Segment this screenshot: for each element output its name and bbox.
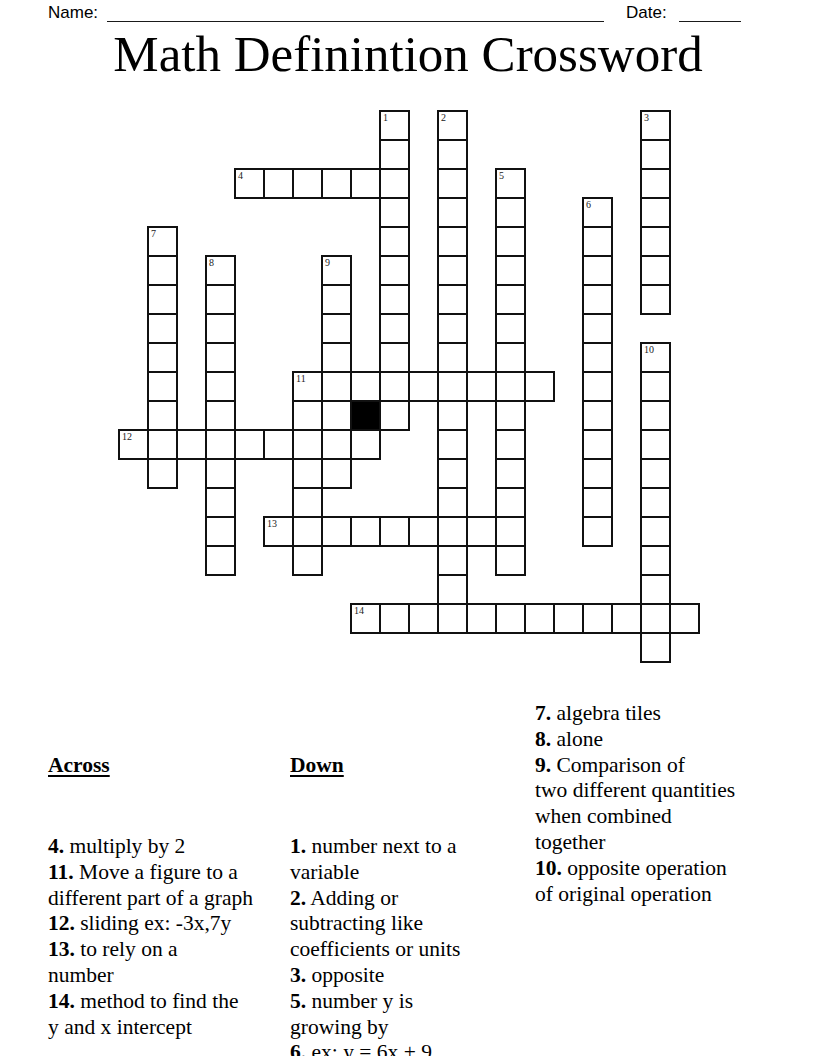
cell-r6c18[interactable]: [640, 284, 671, 315]
cell-r12c6[interactable]: [292, 458, 323, 489]
cell-r2c11[interactable]: [437, 168, 468, 199]
cell-r5c1[interactable]: [147, 255, 178, 286]
across-header: Across: [48, 753, 298, 779]
cell-r0c9[interactable]: 1: [379, 110, 410, 141]
cell-r1c11[interactable]: [437, 139, 468, 170]
cell-r4c11[interactable]: [437, 226, 468, 257]
cell-r8c9[interactable]: [379, 342, 410, 373]
cell-r15c13[interactable]: [495, 545, 526, 576]
cell-r7c9[interactable]: [379, 313, 410, 344]
cell-r9c18[interactable]: [640, 371, 671, 402]
cell-r11c1[interactable]: [147, 429, 178, 460]
cell-r2c5[interactable]: [263, 168, 294, 199]
cell-r5c9[interactable]: [379, 255, 410, 286]
cell-number-6: 6: [586, 199, 591, 210]
down-clue-number-1: 1.: [290, 834, 306, 858]
down-clue-10: 10. opposite operation of original opera…: [535, 856, 795, 908]
cell-r6c9[interactable]: [379, 284, 410, 315]
cell-r13c11[interactable]: [437, 487, 468, 518]
cell-r6c13[interactable]: [495, 284, 526, 315]
cell-number-4: 4: [238, 170, 243, 181]
cell-r8c18[interactable]: 10: [640, 342, 671, 373]
cell-r0c18[interactable]: 3: [640, 110, 671, 141]
cell-r3c9[interactable]: [379, 197, 410, 228]
cell-number-5: 5: [499, 170, 504, 181]
cell-r11c5[interactable]: [263, 429, 294, 460]
cell-r17c19[interactable]: [669, 603, 700, 634]
cell-r14c3[interactable]: [205, 516, 236, 547]
cell-r17c18[interactable]: [640, 603, 671, 634]
cell-r9c1[interactable]: [147, 371, 178, 402]
cell-r0c11[interactable]: 2: [437, 110, 468, 141]
cell-r7c16[interactable]: [582, 313, 613, 344]
cell-r18c18[interactable]: [640, 632, 671, 663]
across-clues-column: Across 4. multiply by 211. Move a figure…: [48, 701, 298, 1040]
cell-r14c5[interactable]: 13: [263, 516, 294, 547]
cell-number-1: 1: [383, 112, 388, 123]
across-clue-4: 4. multiply by 2: [48, 834, 298, 860]
across-clue-14: 14. method to find the y and x intercept: [48, 989, 298, 1041]
cell-r14c11[interactable]: [437, 516, 468, 547]
cell-r5c11[interactable]: [437, 255, 468, 286]
cell-number-11: 11: [296, 373, 306, 384]
cell-r9c10[interactable]: [408, 371, 439, 402]
cell-number-7: 7: [151, 228, 156, 239]
cell-number-9: 9: [325, 257, 330, 268]
cell-r14c6[interactable]: [292, 516, 323, 547]
down-clue-number-2: 2.: [290, 886, 306, 910]
cell-r14c16[interactable]: [582, 516, 613, 547]
cell-r12c3[interactable]: [205, 458, 236, 489]
crossword-grid: 1234567891011121314: [0, 0, 816, 700]
cell-r15c6[interactable]: [292, 545, 323, 576]
across-clue-number-12: 12.: [48, 911, 75, 935]
down-clue-1: 1. number next to a variable: [290, 834, 535, 886]
down-clue-2: 2. Adding or subtracting like coefficien…: [290, 886, 535, 963]
cell-r17c15[interactable]: [553, 603, 584, 634]
cell-r7c1[interactable]: [147, 313, 178, 344]
cell-r9c14[interactable]: [524, 371, 555, 402]
cell-r7c13[interactable]: [495, 313, 526, 344]
cell-r11c8[interactable]: [350, 429, 381, 460]
cell-r6c11[interactable]: [437, 284, 468, 315]
down-clue-3: 3. opposite: [290, 963, 535, 989]
black-cell-r10c8: [350, 400, 381, 431]
cell-r17c14[interactable]: [524, 603, 555, 634]
cell-r15c18[interactable]: [640, 545, 671, 576]
cell-r17c11[interactable]: [437, 603, 468, 634]
cell-r7c3[interactable]: [205, 313, 236, 344]
cell-r6c1[interactable]: [147, 284, 178, 315]
cell-r11c13[interactable]: [495, 429, 526, 460]
cell-r8c7[interactable]: [321, 342, 352, 373]
cell-number-8: 8: [209, 257, 214, 268]
cell-r2c8[interactable]: [350, 168, 381, 199]
cell-r10c18[interactable]: [640, 400, 671, 431]
cell-r8c16[interactable]: [582, 342, 613, 373]
cell-number-3: 3: [644, 112, 649, 123]
down-clue-number-8: 8.: [535, 727, 551, 751]
down-clues-column: Down 1. number next to a variable2. Addi…: [290, 701, 535, 1056]
cell-r2c4[interactable]: 4: [234, 168, 265, 199]
cell-r14c13[interactable]: [495, 516, 526, 547]
cell-r6c7[interactable]: [321, 284, 352, 315]
cell-r17c8[interactable]: 14: [350, 603, 381, 634]
cell-r12c16[interactable]: [582, 458, 613, 489]
cell-r2c9[interactable]: [379, 168, 410, 199]
across-clue-number-14: 14.: [48, 989, 75, 1013]
across-clue-13: 13. to rely on a number: [48, 937, 298, 989]
cell-r13c6[interactable]: [292, 487, 323, 518]
down-clue-6: 6. ex: y = 6x + 9: [290, 1040, 535, 1056]
cell-number-12: 12: [122, 431, 132, 442]
cell-r9c11[interactable]: [437, 371, 468, 402]
cell-r5c16[interactable]: [582, 255, 613, 286]
cell-r7c11[interactable]: [437, 313, 468, 344]
cell-r4c9[interactable]: [379, 226, 410, 257]
cell-r3c16[interactable]: 6: [582, 197, 613, 228]
cell-r17c9[interactable]: [379, 603, 410, 634]
cell-r1c9[interactable]: [379, 139, 410, 170]
cell-r10c9[interactable]: [379, 400, 410, 431]
cell-r4c13[interactable]: [495, 226, 526, 257]
cell-r12c1[interactable]: [147, 458, 178, 489]
cell-r4c18[interactable]: [640, 226, 671, 257]
cell-r11c6[interactable]: [292, 429, 323, 460]
cell-r16c11[interactable]: [437, 574, 468, 605]
cell-r10c6[interactable]: [292, 400, 323, 431]
cell-number-10: 10: [644, 344, 654, 355]
cell-r11c3[interactable]: [205, 429, 236, 460]
cell-r9c9[interactable]: [379, 371, 410, 402]
down-clue-number-3: 3.: [290, 963, 306, 987]
cell-r17c16[interactable]: [582, 603, 613, 634]
cell-r3c11[interactable]: [437, 197, 468, 228]
cell-r17c17[interactable]: [611, 603, 642, 634]
cell-r15c11[interactable]: [437, 545, 468, 576]
cell-r14c12[interactable]: [466, 516, 497, 547]
cell-r11c2[interactable]: [176, 429, 207, 460]
cell-r7c7[interactable]: [321, 313, 352, 344]
cell-r4c1[interactable]: 7: [147, 226, 178, 257]
cell-r2c13[interactable]: 5: [495, 168, 526, 199]
cell-r14c8[interactable]: [350, 516, 381, 547]
cell-r8c1[interactable]: [147, 342, 178, 373]
cell-r13c16[interactable]: [582, 487, 613, 518]
cell-r3c18[interactable]: [640, 197, 671, 228]
cell-r11c11[interactable]: [437, 429, 468, 460]
cell-r2c7[interactable]: [321, 168, 352, 199]
cell-r10c11[interactable]: [437, 400, 468, 431]
cell-r8c13[interactable]: [495, 342, 526, 373]
cell-r6c3[interactable]: [205, 284, 236, 315]
cell-r14c18[interactable]: [640, 516, 671, 547]
cell-r12c11[interactable]: [437, 458, 468, 489]
down-clue-number-9: 9.: [535, 753, 551, 777]
cell-r10c3[interactable]: [205, 400, 236, 431]
cell-r9c16[interactable]: [582, 371, 613, 402]
down-clue-7: 7. algebra tiles: [535, 701, 795, 727]
cell-r17c13[interactable]: [495, 603, 526, 634]
cell-r5c18[interactable]: [640, 255, 671, 286]
cell-r10c7[interactable]: [321, 400, 352, 431]
cell-r13c13[interactable]: [495, 487, 526, 518]
down-header: Down: [290, 753, 535, 779]
cell-r6c16[interactable]: [582, 284, 613, 315]
cell-number-13: 13: [267, 518, 277, 529]
cell-r11c7[interactable]: [321, 429, 352, 460]
down-clue-number-6: 6.: [290, 1040, 306, 1056]
across-clue-number-13: 13.: [48, 937, 75, 961]
cell-r3c13[interactable]: [495, 197, 526, 228]
cell-r8c3[interactable]: [205, 342, 236, 373]
across-clue-number-11: 11.: [48, 860, 74, 884]
cell-number-14: 14: [354, 605, 364, 616]
down-clue-5: 5. number y is growing by: [290, 989, 535, 1041]
down-clue-8: 8. alone: [535, 727, 795, 753]
cell-r12c7[interactable]: [321, 458, 352, 489]
cell-r2c6[interactable]: [292, 168, 323, 199]
across-clue-12: 12. sliding ex: -3x,7y: [48, 911, 298, 937]
cell-r1c18[interactable]: [640, 139, 671, 170]
cell-r9c8[interactable]: [350, 371, 381, 402]
cell-r5c7[interactable]: 9: [321, 255, 352, 286]
cell-number-2: 2: [441, 112, 446, 123]
cell-r9c3[interactable]: [205, 371, 236, 402]
cell-r2c18[interactable]: [640, 168, 671, 199]
across-clue-11: 11. Move a figure to a different part of…: [48, 860, 298, 912]
cell-r11c18[interactable]: [640, 429, 671, 460]
down-clue-number-10: 10.: [535, 856, 562, 880]
cell-r13c3[interactable]: [205, 487, 236, 518]
cell-r4c16[interactable]: [582, 226, 613, 257]
cell-r9c6[interactable]: 11: [292, 371, 323, 402]
cell-r10c13[interactable]: [495, 400, 526, 431]
cell-r9c7[interactable]: [321, 371, 352, 402]
cell-r5c13[interactable]: [495, 255, 526, 286]
cell-r13c18[interactable]: [640, 487, 671, 518]
cell-r11c16[interactable]: [582, 429, 613, 460]
down-clues-continued-column: 7. algebra tiles8. alone9. Comparison of…: [535, 701, 795, 907]
cell-r11c0[interactable]: 12: [118, 429, 149, 460]
cell-r15c3[interactable]: [205, 545, 236, 576]
cell-r12c18[interactable]: [640, 458, 671, 489]
cell-r11c4[interactable]: [234, 429, 265, 460]
cell-r14c7[interactable]: [321, 516, 352, 547]
down-clue-number-5: 5.: [290, 989, 306, 1013]
cell-r16c18[interactable]: [640, 574, 671, 605]
cell-r14c9[interactable]: [379, 516, 410, 547]
cell-r17c12[interactable]: [466, 603, 497, 634]
cell-r10c1[interactable]: [147, 400, 178, 431]
worksheet-page: Name: Date: Math Definintion Crossword 1…: [0, 0, 816, 1056]
cell-r10c16[interactable]: [582, 400, 613, 431]
cell-r12c13[interactable]: [495, 458, 526, 489]
down-clue-number-7: 7.: [535, 701, 551, 725]
across-clue-number-4: 4.: [48, 834, 64, 858]
cell-r8c11[interactable]: [437, 342, 468, 373]
cell-r5c3[interactable]: 8: [205, 255, 236, 286]
cell-r9c13[interactable]: [495, 371, 526, 402]
cell-r9c12[interactable]: [466, 371, 497, 402]
down-clue-9: 9. Comparison of two different quantitie…: [535, 753, 795, 856]
cell-r17c10[interactable]: [408, 603, 439, 634]
cell-r14c10[interactable]: [408, 516, 439, 547]
